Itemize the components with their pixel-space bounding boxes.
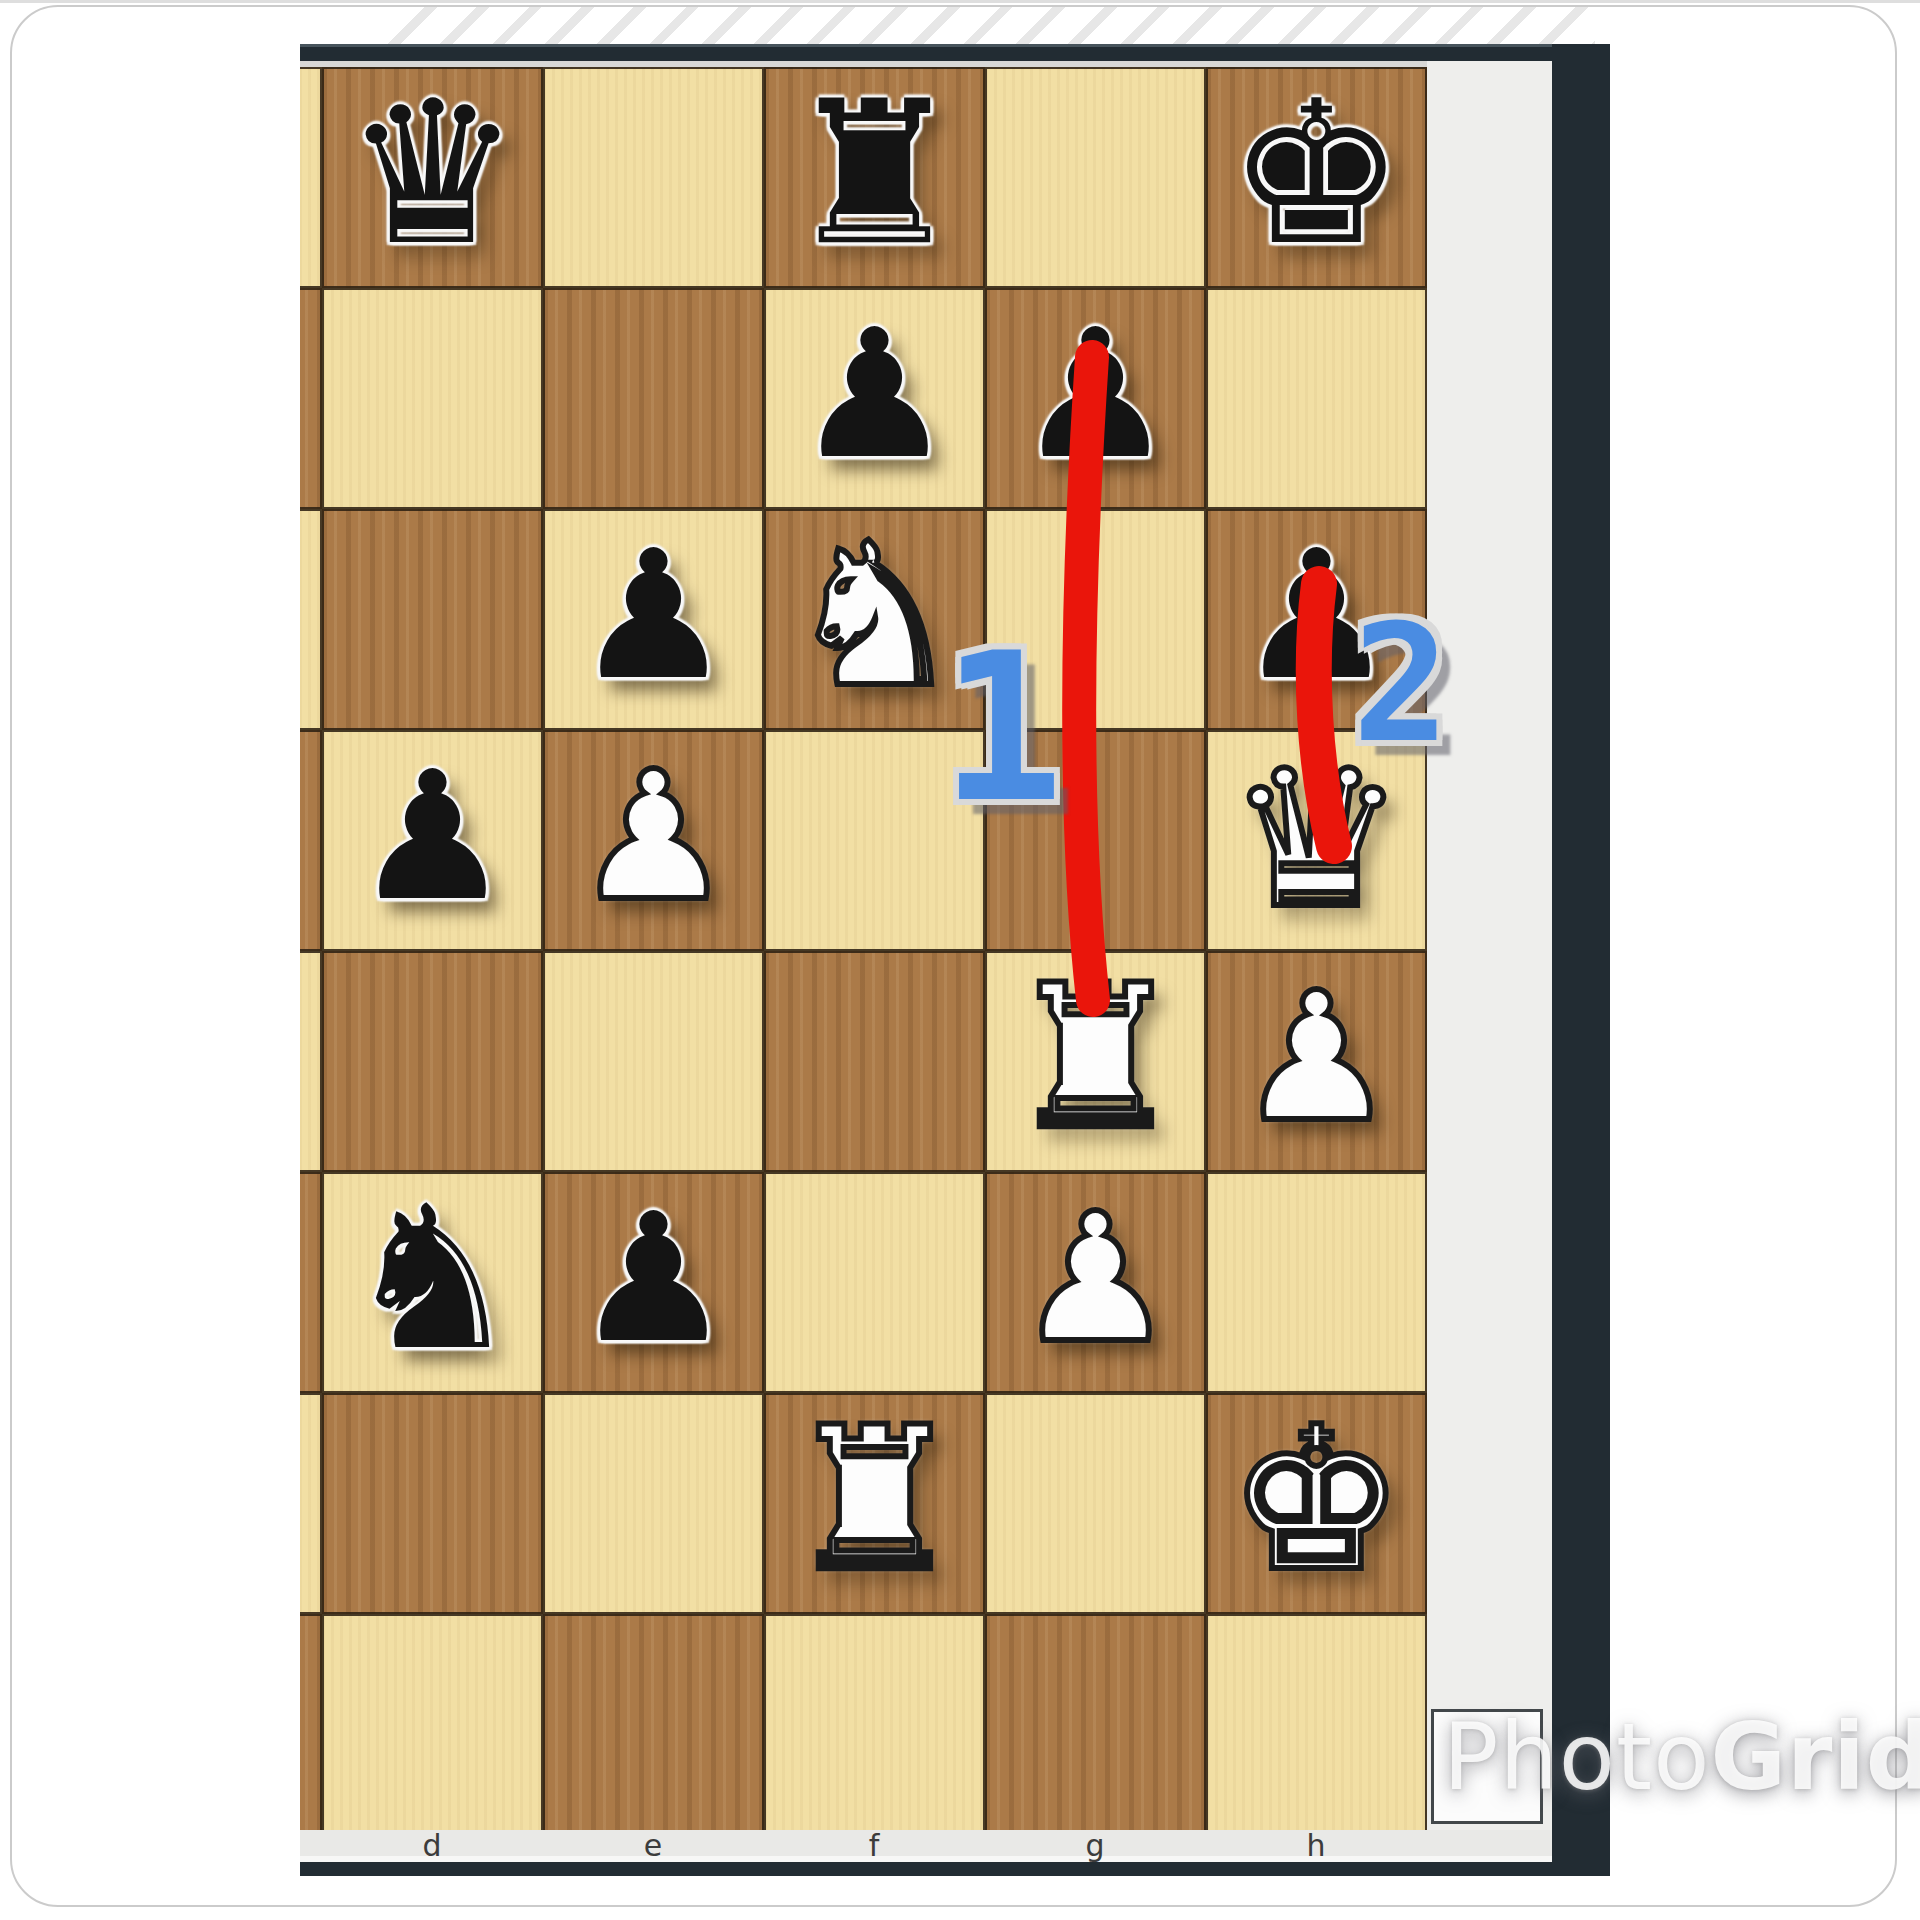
- square-g1[interactable]: [985, 1614, 1206, 1835]
- square-e6[interactable]: ♟: [543, 509, 764, 730]
- square-d3[interactable]: ♞: [322, 1172, 543, 1393]
- white-pawn-e5[interactable]: ♟: [574, 748, 734, 926]
- square-d7[interactable]: [322, 288, 543, 509]
- move-number-1: 1: [940, 626, 1063, 831]
- square-h2[interactable]: ♚: [1206, 1393, 1427, 1614]
- square-e5[interactable]: ♟: [543, 730, 764, 951]
- square-h1[interactable]: [1206, 1614, 1427, 1835]
- square-g7[interactable]: ♟: [985, 288, 1206, 509]
- watermark-text-bold: Grid: [1710, 1704, 1920, 1811]
- square-e8[interactable]: [543, 67, 764, 288]
- black-pawn-e6[interactable]: ♟: [574, 527, 734, 705]
- coordinate-strip: defgh: [300, 1830, 1552, 1862]
- square-e7[interactable]: [543, 288, 764, 509]
- black-pawn-d5[interactable]: ♟: [353, 748, 513, 926]
- white-rook-f2[interactable]: ♜: [786, 1401, 964, 1599]
- watermark-text-regular: Photo: [1443, 1704, 1710, 1811]
- black-rook-f8[interactable]: ♜: [786, 75, 964, 273]
- square-c8[interactable]: [300, 67, 322, 288]
- square-f8[interactable]: ♜: [764, 67, 985, 288]
- square-f2[interactable]: ♜: [764, 1393, 985, 1614]
- square-f7[interactable]: ♟: [764, 288, 985, 509]
- chess-board-grid: ♛♜♚♟♟♟♞♟♟♟♛♜♟♞♟♟♜♚: [300, 67, 1427, 1835]
- square-c5[interactable]: [300, 730, 322, 951]
- page-top-edge: [0, 0, 1920, 3]
- square-e4[interactable]: [543, 951, 764, 1172]
- file-label-e: e: [644, 1828, 662, 1863]
- square-g2[interactable]: [985, 1393, 1206, 1614]
- square-e2[interactable]: [543, 1393, 764, 1614]
- black-knight-d3[interactable]: ♞: [344, 1180, 522, 1378]
- square-g4[interactable]: ♜: [985, 951, 1206, 1172]
- square-c6[interactable]: [300, 509, 322, 730]
- square-c3[interactable]: [300, 1172, 322, 1393]
- square-d1[interactable]: [322, 1614, 543, 1835]
- side-panel: [1427, 61, 1552, 1830]
- file-label-d: d: [422, 1828, 441, 1863]
- square-d6[interactable]: [322, 509, 543, 730]
- white-king-h2[interactable]: ♚: [1228, 1401, 1406, 1599]
- square-h3[interactable]: [1206, 1172, 1427, 1393]
- file-label-g: g: [1085, 1828, 1104, 1863]
- square-h8[interactable]: ♚: [1206, 67, 1427, 288]
- square-f3[interactable]: [764, 1172, 985, 1393]
- black-pawn-f7[interactable]: ♟: [795, 306, 955, 484]
- square-h7[interactable]: [1206, 288, 1427, 509]
- white-pawn-h4[interactable]: ♟: [1237, 969, 1397, 1147]
- file-label-h: h: [1306, 1828, 1325, 1863]
- file-label-f: f: [869, 1828, 880, 1863]
- white-knight-f6[interactable]: ♞: [786, 517, 964, 715]
- board-frame-top: [300, 44, 1610, 61]
- square-h4[interactable]: ♟: [1206, 951, 1427, 1172]
- square-e3[interactable]: ♟: [543, 1172, 764, 1393]
- white-pawn-g3[interactable]: ♟: [1016, 1190, 1176, 1368]
- square-d8[interactable]: ♛: [322, 67, 543, 288]
- square-d2[interactable]: [322, 1393, 543, 1614]
- square-f4[interactable]: [764, 951, 985, 1172]
- black-pawn-g7[interactable]: ♟: [1016, 306, 1176, 484]
- board-frame-bottom: [300, 1862, 1610, 1876]
- square-d5[interactable]: ♟: [322, 730, 543, 951]
- square-c7[interactable]: [300, 288, 322, 509]
- square-f1[interactable]: [764, 1614, 985, 1835]
- square-c2[interactable]: [300, 1393, 322, 1614]
- move-number-2: 2: [1352, 603, 1450, 765]
- white-rook-g4[interactable]: ♜: [1007, 959, 1185, 1157]
- square-c1[interactable]: [300, 1614, 322, 1835]
- square-d4[interactable]: [322, 951, 543, 1172]
- black-pawn-e3[interactable]: ♟: [574, 1190, 734, 1368]
- board-frame-right: [1552, 44, 1610, 1876]
- square-g8[interactable]: [985, 67, 1206, 288]
- square-c4[interactable]: [300, 951, 322, 1172]
- square-e1[interactable]: [543, 1614, 764, 1835]
- photogrid-watermark: PhotoGrid: [1443, 1712, 1920, 1804]
- square-g3[interactable]: ♟: [985, 1172, 1206, 1393]
- black-king-h8[interactable]: ♚: [1228, 75, 1406, 273]
- chess-board[interactable]: ♛♜♚♟♟♟♞♟♟♟♛♜♟♞♟♟♜♚: [300, 67, 1427, 1835]
- black-queen-d8[interactable]: ♛: [344, 75, 522, 273]
